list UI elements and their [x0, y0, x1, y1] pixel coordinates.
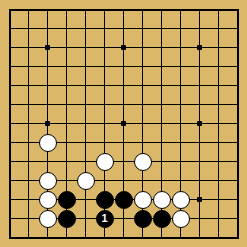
intersection[interactable]	[19, 114, 38, 133]
intersection[interactable]	[57, 114, 76, 133]
intersection[interactable]	[76, 76, 95, 95]
star-point	[45, 45, 50, 50]
intersection[interactable]	[19, 152, 38, 171]
intersection[interactable]	[95, 57, 114, 76]
intersection[interactable]	[209, 209, 228, 228]
intersection[interactable]	[19, 228, 38, 247]
intersection[interactable]	[190, 0, 209, 19]
intersection[interactable]	[0, 209, 19, 228]
white-stone	[39, 172, 57, 190]
intersection[interactable]	[95, 152, 114, 171]
intersection[interactable]	[0, 171, 19, 190]
intersection[interactable]	[228, 152, 247, 171]
intersection[interactable]	[133, 171, 152, 190]
intersection[interactable]	[209, 133, 228, 152]
intersection[interactable]	[133, 190, 152, 209]
intersection[interactable]	[209, 38, 228, 57]
intersection[interactable]	[133, 209, 152, 228]
intersection[interactable]	[228, 57, 247, 76]
intersection[interactable]	[57, 209, 76, 228]
white-stone	[153, 191, 171, 209]
intersection[interactable]	[228, 133, 247, 152]
star-point	[197, 197, 202, 202]
intersection[interactable]	[133, 228, 152, 247]
intersection[interactable]	[171, 76, 190, 95]
intersection[interactable]	[38, 76, 57, 95]
intersection[interactable]	[209, 190, 228, 209]
intersection[interactable]	[228, 209, 247, 228]
intersection[interactable]	[38, 209, 57, 228]
intersection[interactable]	[171, 114, 190, 133]
intersection[interactable]	[209, 152, 228, 171]
intersection[interactable]	[209, 95, 228, 114]
intersection[interactable]	[171, 152, 190, 171]
intersection[interactable]	[38, 228, 57, 247]
intersection[interactable]	[133, 114, 152, 133]
intersection[interactable]	[0, 114, 19, 133]
intersection[interactable]	[228, 190, 247, 209]
intersection[interactable]	[171, 95, 190, 114]
intersection[interactable]	[190, 152, 209, 171]
intersection[interactable]	[95, 171, 114, 190]
intersection[interactable]	[190, 209, 209, 228]
intersection[interactable]	[133, 57, 152, 76]
intersection[interactable]	[114, 76, 133, 95]
intersection[interactable]	[19, 133, 38, 152]
intersection[interactable]	[114, 171, 133, 190]
intersection[interactable]	[114, 228, 133, 247]
intersection[interactable]	[76, 19, 95, 38]
intersection[interactable]	[228, 76, 247, 95]
intersection[interactable]	[190, 114, 209, 133]
intersection[interactable]	[190, 171, 209, 190]
intersection[interactable]	[171, 38, 190, 57]
intersection[interactable]	[19, 209, 38, 228]
intersection[interactable]	[76, 133, 95, 152]
intersection[interactable]	[76, 114, 95, 133]
intersection[interactable]	[114, 114, 133, 133]
intersection[interactable]	[57, 95, 76, 114]
intersection[interactable]	[0, 57, 19, 76]
star-point	[197, 45, 202, 50]
intersection[interactable]	[114, 152, 133, 171]
intersection[interactable]	[133, 76, 152, 95]
intersection[interactable]	[76, 57, 95, 76]
intersection[interactable]	[228, 95, 247, 114]
intersection[interactable]	[0, 190, 19, 209]
intersection[interactable]	[95, 19, 114, 38]
intersection[interactable]	[190, 76, 209, 95]
intersection[interactable]	[171, 0, 190, 19]
intersection[interactable]	[133, 0, 152, 19]
intersection[interactable]	[95, 190, 114, 209]
black-stone	[115, 191, 133, 209]
intersection[interactable]	[152, 171, 171, 190]
intersection[interactable]	[76, 171, 95, 190]
intersection[interactable]	[114, 38, 133, 57]
intersection[interactable]	[152, 95, 171, 114]
intersection[interactable]	[209, 0, 228, 19]
intersection[interactable]	[95, 0, 114, 19]
move-number-label: 1	[101, 213, 107, 224]
intersection[interactable]	[209, 76, 228, 95]
white-stone	[134, 191, 152, 209]
intersection[interactable]	[38, 190, 57, 209]
intersection[interactable]	[0, 0, 19, 19]
intersection[interactable]	[228, 228, 247, 247]
intersection[interactable]	[57, 171, 76, 190]
intersection[interactable]	[209, 228, 228, 247]
intersection[interactable]	[19, 76, 38, 95]
intersection[interactable]	[152, 57, 171, 76]
intersection[interactable]	[57, 190, 76, 209]
black-stone	[58, 191, 76, 209]
white-stone	[39, 134, 57, 152]
intersection[interactable]	[0, 19, 19, 38]
intersection[interactable]	[190, 228, 209, 247]
intersection[interactable]	[228, 171, 247, 190]
intersection[interactable]	[209, 171, 228, 190]
intersection[interactable]	[0, 228, 19, 247]
intersection[interactable]	[152, 209, 171, 228]
intersection[interactable]	[152, 0, 171, 19]
intersection[interactable]	[76, 0, 95, 19]
star-point	[121, 45, 126, 50]
intersection[interactable]	[133, 95, 152, 114]
intersection[interactable]	[95, 228, 114, 247]
intersection[interactable]	[228, 0, 247, 19]
white-stone	[96, 153, 114, 171]
intersection[interactable]	[38, 95, 57, 114]
intersection[interactable]	[190, 57, 209, 76]
intersection[interactable]	[152, 152, 171, 171]
intersection[interactable]	[0, 152, 19, 171]
intersection[interactable]	[209, 19, 228, 38]
intersection[interactable]	[95, 95, 114, 114]
intersection[interactable]	[114, 0, 133, 19]
black-stone	[153, 210, 171, 228]
intersection[interactable]	[38, 152, 57, 171]
intersection[interactable]	[171, 57, 190, 76]
intersection[interactable]: 1	[95, 209, 114, 228]
intersection[interactable]	[76, 38, 95, 57]
intersection[interactable]	[19, 57, 38, 76]
intersection[interactable]	[76, 95, 95, 114]
intersection[interactable]	[133, 133, 152, 152]
go-board-grid: 1	[0, 0, 247, 247]
intersection[interactable]	[57, 19, 76, 38]
intersection[interactable]	[133, 152, 152, 171]
intersection[interactable]	[190, 38, 209, 57]
intersection[interactable]	[38, 0, 57, 19]
intersection[interactable]	[114, 133, 133, 152]
white-stone	[172, 191, 190, 209]
black-stone	[134, 210, 152, 228]
intersection[interactable]	[19, 0, 38, 19]
intersection[interactable]	[38, 57, 57, 76]
star-point	[121, 121, 126, 126]
star-point	[45, 121, 50, 126]
intersection[interactable]	[171, 209, 190, 228]
intersection[interactable]	[114, 19, 133, 38]
intersection[interactable]	[57, 0, 76, 19]
intersection[interactable]	[209, 114, 228, 133]
intersection[interactable]	[57, 152, 76, 171]
intersection[interactable]	[171, 190, 190, 209]
intersection[interactable]	[57, 76, 76, 95]
intersection[interactable]	[19, 19, 38, 38]
black-stone: 1	[96, 210, 114, 228]
intersection[interactable]	[95, 133, 114, 152]
white-stone	[172, 210, 190, 228]
intersection[interactable]	[152, 76, 171, 95]
intersection[interactable]	[19, 190, 38, 209]
intersection[interactable]	[38, 133, 57, 152]
intersection[interactable]	[190, 133, 209, 152]
white-stone	[77, 172, 95, 190]
intersection[interactable]	[38, 19, 57, 38]
intersection[interactable]	[190, 190, 209, 209]
intersection[interactable]	[171, 228, 190, 247]
black-stone	[96, 191, 114, 209]
intersection[interactable]	[19, 38, 38, 57]
intersection[interactable]	[133, 19, 152, 38]
go-diagram: 1	[0, 0, 247, 247]
intersection[interactable]	[19, 95, 38, 114]
intersection[interactable]	[228, 114, 247, 133]
white-stone	[39, 191, 57, 209]
intersection[interactable]	[190, 19, 209, 38]
intersection[interactable]	[95, 76, 114, 95]
intersection[interactable]	[19, 171, 38, 190]
intersection[interactable]	[57, 228, 76, 247]
intersection[interactable]	[0, 95, 19, 114]
intersection[interactable]	[0, 76, 19, 95]
intersection[interactable]	[152, 38, 171, 57]
intersection[interactable]	[95, 114, 114, 133]
intersection[interactable]	[57, 38, 76, 57]
intersection[interactable]	[57, 133, 76, 152]
intersection[interactable]	[152, 228, 171, 247]
intersection[interactable]	[152, 114, 171, 133]
intersection[interactable]	[114, 190, 133, 209]
intersection[interactable]	[171, 19, 190, 38]
intersection[interactable]	[38, 38, 57, 57]
white-stone	[134, 153, 152, 171]
intersection[interactable]	[114, 57, 133, 76]
intersection[interactable]	[114, 95, 133, 114]
intersection[interactable]	[209, 57, 228, 76]
intersection[interactable]	[171, 133, 190, 152]
intersection[interactable]	[228, 38, 247, 57]
intersection[interactable]	[228, 19, 247, 38]
intersection[interactable]	[171, 171, 190, 190]
white-stone	[39, 210, 57, 228]
intersection[interactable]	[57, 57, 76, 76]
intersection[interactable]	[0, 133, 19, 152]
intersection[interactable]	[152, 190, 171, 209]
star-point	[197, 121, 202, 126]
intersection[interactable]	[76, 228, 95, 247]
intersection[interactable]	[133, 38, 152, 57]
intersection[interactable]	[190, 95, 209, 114]
intersection[interactable]	[76, 190, 95, 209]
black-stone	[58, 210, 76, 228]
intersection[interactable]	[76, 152, 95, 171]
intersection[interactable]	[95, 38, 114, 57]
intersection[interactable]	[38, 114, 57, 133]
intersection[interactable]	[152, 133, 171, 152]
intersection[interactable]	[38, 171, 57, 190]
intersection[interactable]	[114, 209, 133, 228]
intersection[interactable]	[76, 209, 95, 228]
intersection[interactable]	[152, 19, 171, 38]
intersection[interactable]	[0, 38, 19, 57]
